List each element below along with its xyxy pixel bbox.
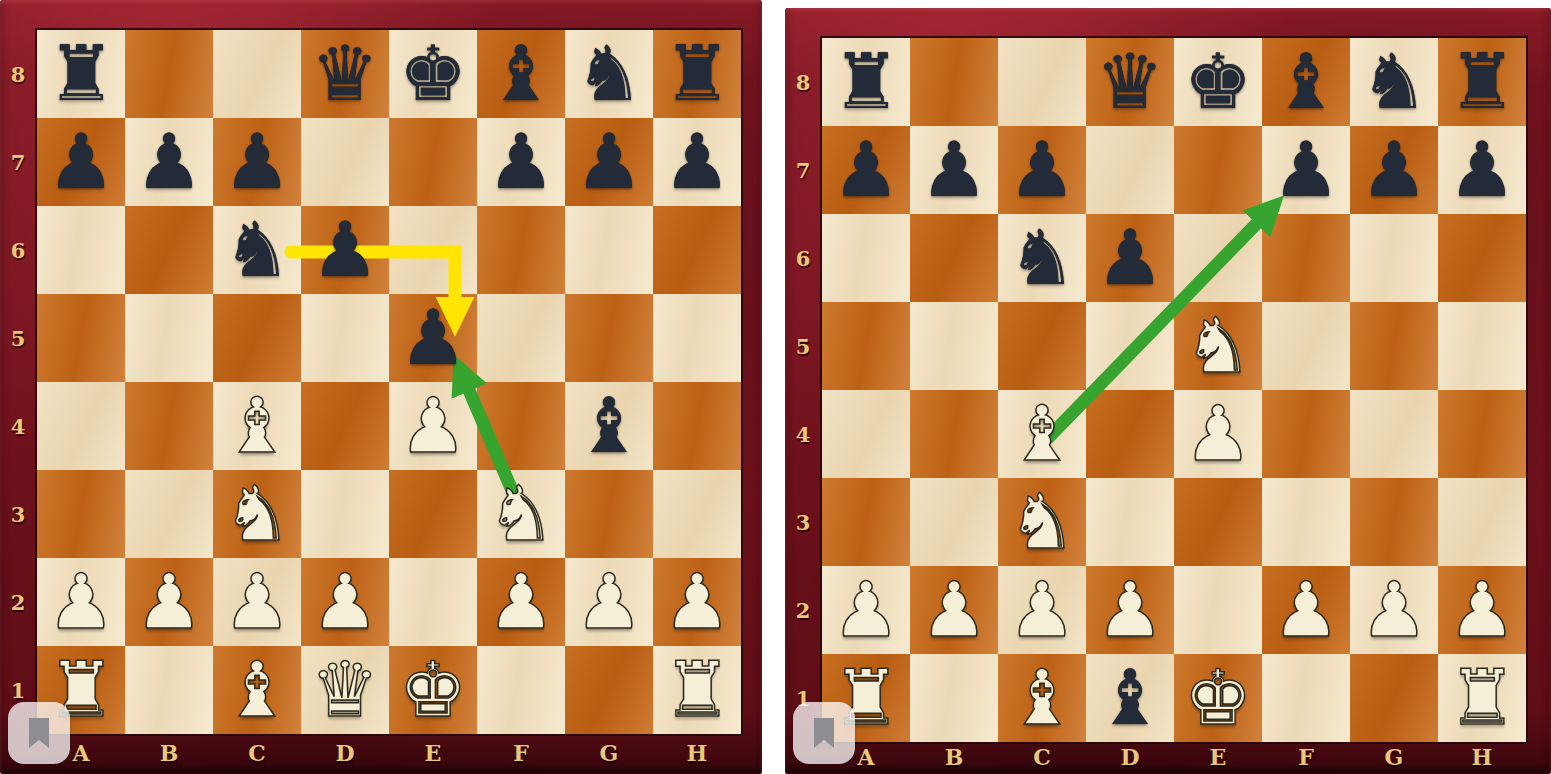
square-e8[interactable]: [389, 30, 477, 118]
square-h4[interactable]: [1438, 390, 1526, 478]
square-a8[interactable]: [822, 38, 910, 126]
square-c5[interactable]: [213, 294, 301, 382]
square-a7[interactable]: [37, 118, 125, 206]
file-label-f: F: [477, 735, 565, 771]
file-label-h: H: [1438, 739, 1526, 774]
rank-label-6: 6: [0, 206, 36, 294]
square-f6[interactable]: [477, 206, 565, 294]
square-g4[interactable]: [1350, 390, 1438, 478]
square-g5[interactable]: [1350, 302, 1438, 390]
square-a8[interactable]: [37, 30, 125, 118]
square-b8[interactable]: [910, 38, 998, 126]
rank-label-8: 8: [785, 38, 821, 126]
square-g4[interactable]: [565, 382, 653, 470]
square-e4[interactable]: [1174, 390, 1262, 478]
square-b1[interactable]: [910, 654, 998, 742]
square-a7[interactable]: [822, 126, 910, 214]
rank-label-7: 7: [0, 118, 36, 206]
rank-label-6: 6: [785, 214, 821, 302]
bookmark-icon[interactable]: [8, 702, 70, 764]
square-d7[interactable]: [301, 118, 389, 206]
square-c7[interactable]: [213, 118, 301, 206]
square-c8[interactable]: [213, 30, 301, 118]
square-c3[interactable]: [998, 478, 1086, 566]
square-e6[interactable]: [1174, 214, 1262, 302]
square-e3[interactable]: [1174, 478, 1262, 566]
squares-grid: [822, 38, 1526, 742]
square-b7[interactable]: [910, 126, 998, 214]
square-h6[interactable]: [1438, 214, 1526, 302]
square-h3[interactable]: [653, 470, 741, 558]
square-g7[interactable]: [565, 118, 653, 206]
square-c2[interactable]: [213, 558, 301, 646]
file-label-b: B: [910, 739, 998, 774]
rank-label-4: 4: [0, 382, 36, 470]
square-d6[interactable]: [1086, 214, 1174, 302]
rank-label-3: 3: [0, 470, 36, 558]
square-c1[interactable]: [998, 654, 1086, 742]
square-c4[interactable]: [213, 382, 301, 470]
rank-label-5: 5: [0, 294, 36, 382]
square-f4[interactable]: [477, 382, 565, 470]
square-f3[interactable]: [1262, 478, 1350, 566]
rank-label-8: 8: [0, 30, 36, 118]
rank-label-2: 2: [0, 558, 36, 646]
square-f7[interactable]: [1262, 126, 1350, 214]
file-label-g: G: [565, 735, 653, 771]
square-h8[interactable]: [1438, 38, 1526, 126]
square-h5[interactable]: [653, 294, 741, 382]
square-h2[interactable]: [1438, 566, 1526, 654]
file-label-g: G: [1350, 739, 1438, 774]
square-e7[interactable]: [1174, 126, 1262, 214]
file-label-c: C: [213, 735, 301, 771]
square-b7[interactable]: [125, 118, 213, 206]
square-e2[interactable]: [389, 558, 477, 646]
board-interior: ♜♛♚♝♞♜♟♟♟♟♟♟♞♟♞♝♟♞♟♟♟♟♟♟♟♜♝♝♚♜: [822, 38, 1526, 742]
square-b4[interactable]: [910, 390, 998, 478]
square-b3[interactable]: [125, 470, 213, 558]
square-e5[interactable]: [389, 294, 477, 382]
square-b4[interactable]: [125, 382, 213, 470]
square-a6[interactable]: [822, 214, 910, 302]
square-f4[interactable]: [1262, 390, 1350, 478]
square-b1[interactable]: [125, 646, 213, 734]
square-c3[interactable]: [213, 470, 301, 558]
chess-lesson-two-board-diagram: ♜♛♚♝♞♜♟♟♟♟♟♟♞♟♟♝♟♝♞♞♟♟♟♟♟♟♟♜♝♛♚♜87654321…: [0, 0, 1551, 774]
square-d8[interactable]: [1086, 38, 1174, 126]
board-interior: ♜♛♚♝♞♜♟♟♟♟♟♟♞♟♟♝♟♝♞♞♟♟♟♟♟♟♟♜♝♛♚♜: [37, 30, 741, 734]
square-d3[interactable]: [1086, 478, 1174, 566]
square-g8[interactable]: [565, 30, 653, 118]
square-g2[interactable]: [565, 558, 653, 646]
square-c6[interactable]: [213, 206, 301, 294]
rank-label-7: 7: [785, 126, 821, 214]
square-g3[interactable]: [565, 470, 653, 558]
square-g2[interactable]: [1350, 566, 1438, 654]
squares-grid: [37, 30, 741, 734]
file-label-d: D: [1086, 739, 1174, 774]
rank-label-4: 4: [785, 390, 821, 478]
square-c7[interactable]: [998, 126, 1086, 214]
rank-label-2: 2: [785, 566, 821, 654]
square-a5[interactable]: [37, 294, 125, 382]
square-g8[interactable]: [1350, 38, 1438, 126]
file-label-c: C: [998, 739, 1086, 774]
square-h5[interactable]: [1438, 302, 1526, 390]
square-c5[interactable]: [998, 302, 1086, 390]
square-a3[interactable]: [37, 470, 125, 558]
square-a4[interactable]: [37, 382, 125, 470]
square-h6[interactable]: [653, 206, 741, 294]
chess-board-left: ♜♛♚♝♞♜♟♟♟♟♟♟♞♟♟♝♟♝♞♞♟♟♟♟♟♟♟♜♝♛♚♜87654321…: [0, 0, 762, 774]
square-a2[interactable]: [37, 558, 125, 646]
square-e6[interactable]: [389, 206, 477, 294]
square-d2[interactable]: [301, 558, 389, 646]
square-b2[interactable]: [910, 566, 998, 654]
square-e5[interactable]: [1174, 302, 1262, 390]
square-f3[interactable]: [477, 470, 565, 558]
rank-label-3: 3: [785, 478, 821, 566]
square-a4[interactable]: [822, 390, 910, 478]
square-g7[interactable]: [1350, 126, 1438, 214]
square-g3[interactable]: [1350, 478, 1438, 566]
square-f5[interactable]: [477, 294, 565, 382]
square-e3[interactable]: [389, 470, 477, 558]
square-f2[interactable]: [477, 558, 565, 646]
rank-label-5: 5: [785, 302, 821, 390]
square-g5[interactable]: [565, 294, 653, 382]
square-d4[interactable]: [1086, 390, 1174, 478]
square-d5[interactable]: [1086, 302, 1174, 390]
square-f8[interactable]: [1262, 38, 1350, 126]
square-c6[interactable]: [998, 214, 1086, 302]
square-c1[interactable]: [213, 646, 301, 734]
square-f1[interactable]: [1262, 654, 1350, 742]
square-b6[interactable]: [910, 214, 998, 302]
square-f1[interactable]: [477, 646, 565, 734]
file-label-e: E: [389, 735, 477, 771]
square-h7[interactable]: [1438, 126, 1526, 214]
chess-board-right: ♜♛♚♝♞♜♟♟♟♟♟♟♞♟♞♝♟♞♟♟♟♟♟♟♟♜♝♝♚♜87654321AB…: [785, 8, 1551, 774]
square-a3[interactable]: [822, 478, 910, 566]
square-b5[interactable]: [910, 302, 998, 390]
square-f6[interactable]: [1262, 214, 1350, 302]
square-g1[interactable]: [565, 646, 653, 734]
square-c4[interactable]: [998, 390, 1086, 478]
square-c2[interactable]: [998, 566, 1086, 654]
square-f7[interactable]: [477, 118, 565, 206]
square-e8[interactable]: [1174, 38, 1262, 126]
square-d4[interactable]: [301, 382, 389, 470]
square-d6[interactable]: [301, 206, 389, 294]
square-d1[interactable]: [301, 646, 389, 734]
square-e1[interactable]: [389, 646, 477, 734]
square-b5[interactable]: [125, 294, 213, 382]
square-h3[interactable]: [1438, 478, 1526, 566]
file-label-d: D: [301, 735, 389, 771]
file-label-f: F: [1262, 739, 1350, 774]
square-h1[interactable]: [1438, 654, 1526, 742]
square-d5[interactable]: [301, 294, 389, 382]
square-d3[interactable]: [301, 470, 389, 558]
square-b8[interactable]: [125, 30, 213, 118]
file-label-e: E: [1174, 739, 1262, 774]
square-e4[interactable]: [389, 382, 477, 470]
square-b3[interactable]: [910, 478, 998, 566]
square-d1[interactable]: [1086, 654, 1174, 742]
square-a6[interactable]: [37, 206, 125, 294]
square-f5[interactable]: [1262, 302, 1350, 390]
square-g6[interactable]: [565, 206, 653, 294]
square-c8[interactable]: [998, 38, 1086, 126]
square-h8[interactable]: [653, 30, 741, 118]
square-e2[interactable]: [1174, 566, 1262, 654]
square-f2[interactable]: [1262, 566, 1350, 654]
square-f8[interactable]: [477, 30, 565, 118]
square-d2[interactable]: [1086, 566, 1174, 654]
square-h1[interactable]: [653, 646, 741, 734]
file-label-b: B: [125, 735, 213, 771]
square-h2[interactable]: [653, 558, 741, 646]
square-g6[interactable]: [1350, 214, 1438, 302]
bookmark-icon[interactable]: [793, 702, 855, 764]
square-d8[interactable]: [301, 30, 389, 118]
square-a5[interactable]: [822, 302, 910, 390]
square-b2[interactable]: [125, 558, 213, 646]
square-a2[interactable]: [822, 566, 910, 654]
square-b6[interactable]: [125, 206, 213, 294]
square-d7[interactable]: [1086, 126, 1174, 214]
square-e7[interactable]: [389, 118, 477, 206]
file-label-h: H: [653, 735, 741, 771]
square-h4[interactable]: [653, 382, 741, 470]
square-g1[interactable]: [1350, 654, 1438, 742]
square-e1[interactable]: [1174, 654, 1262, 742]
square-h7[interactable]: [653, 118, 741, 206]
